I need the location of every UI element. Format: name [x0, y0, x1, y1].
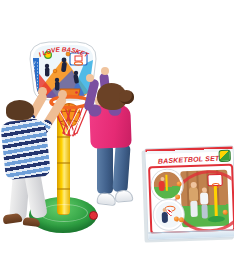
- girl-leg: [112, 144, 130, 193]
- inset-kid-head: [160, 177, 164, 181]
- base-water-plug: [89, 211, 98, 220]
- boy-leg: [24, 171, 48, 219]
- hoop-base-ridge: [40, 204, 88, 222]
- box-title: BASKETBOL SETİ: [157, 154, 221, 164]
- girl-hand: [101, 67, 109, 75]
- boy-shoe: [23, 217, 41, 227]
- girl-hand: [86, 74, 94, 82]
- product-photo: I LOVE BASKETBALL: [0, 0, 234, 280]
- boy-hand: [58, 90, 67, 99]
- girl-leg: [97, 144, 113, 194]
- inset-kid: [159, 181, 165, 191]
- boy-hand: [38, 87, 47, 96]
- girl-ponytail: [119, 90, 134, 104]
- girl-shoe: [115, 189, 134, 202]
- box-inset-dunk: [153, 199, 184, 230]
- boy-shoe: [2, 213, 22, 225]
- product-box: BASKETBOL SETİ: [144, 145, 234, 240]
- girl-shirt: [89, 104, 131, 148]
- brand-logo-icon: [219, 150, 231, 162]
- box-front-face: [148, 163, 234, 234]
- girl-shoe: [96, 192, 116, 206]
- inset-kid: [162, 212, 168, 223]
- boy-torso: [0, 118, 51, 180]
- inset-pole: [165, 175, 168, 191]
- boy-hair: [6, 100, 34, 120]
- girl-sleeve: [88, 104, 101, 116]
